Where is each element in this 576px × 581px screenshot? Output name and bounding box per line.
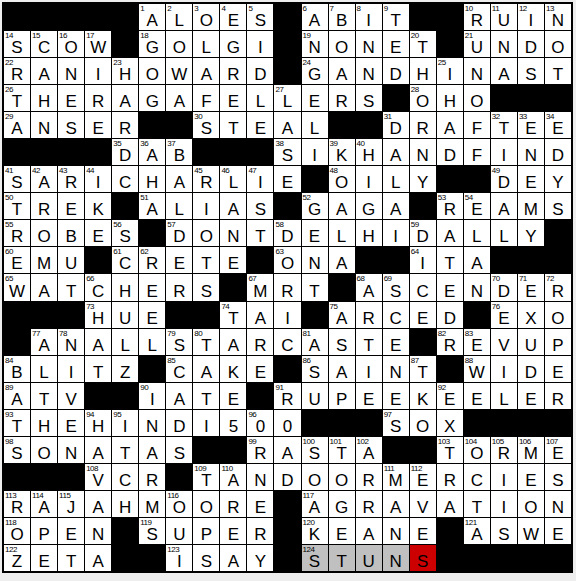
grid-cell[interactable]: F: [193, 85, 219, 111]
grid-cell[interactable]: 73H: [85, 302, 111, 328]
grid-cell[interactable]: T: [112, 437, 138, 463]
grid-cell[interactable]: 58D: [274, 220, 300, 246]
grid-cell[interactable]: 114A: [31, 491, 57, 517]
grid-cell[interactable]: E: [247, 491, 273, 517]
grid-cell[interactable]: V: [491, 329, 517, 355]
grid-cell[interactable]: A: [85, 329, 111, 355]
grid-cell[interactable]: 118O: [4, 518, 30, 544]
grid-cell[interactable]: S: [166, 437, 192, 463]
grid-cell[interactable]: 93T: [4, 410, 30, 436]
grid-cell[interactable]: E: [58, 85, 84, 111]
grid-cell[interactable]: 48O: [329, 166, 355, 192]
grid-cell[interactable]: A: [464, 247, 490, 273]
grid-cell[interactable]: D: [383, 58, 409, 84]
grid-cell[interactable]: N: [383, 518, 409, 544]
grid-cell[interactable]: 70D: [491, 274, 517, 300]
grid-cell[interactable]: T: [545, 58, 571, 84]
grid-cell[interactable]: D: [437, 139, 463, 165]
grid-cell[interactable]: 37B: [166, 139, 192, 165]
grid-cell[interactable]: A: [139, 437, 165, 463]
grid-cell[interactable]: 76E: [491, 302, 517, 328]
grid-cell[interactable]: V: [410, 491, 436, 517]
grid-cell[interactable]: O: [139, 58, 165, 84]
grid-cell[interactable]: X: [437, 410, 463, 436]
grid-cell[interactable]: 25I: [437, 58, 463, 84]
grid-cell[interactable]: 33E: [518, 112, 544, 138]
grid-cell[interactable]: E: [437, 274, 463, 300]
grid-cell[interactable]: A: [274, 437, 300, 463]
grid-cell[interactable]: R: [274, 274, 300, 300]
grid-cell[interactable]: 2L: [166, 4, 192, 30]
grid-cell[interactable]: 23H: [112, 58, 138, 84]
grid-cell[interactable]: 74T: [220, 302, 246, 328]
grid-cell[interactable]: S: [356, 85, 382, 111]
grid-cell[interactable]: A: [329, 58, 355, 84]
grid-cell[interactable]: H: [112, 491, 138, 517]
grid-cell[interactable]: 88W: [464, 356, 490, 382]
grid-cell[interactable]: 26T: [4, 85, 30, 111]
grid-cell[interactable]: S: [58, 112, 84, 138]
grid-cell[interactable]: U: [166, 518, 192, 544]
grid-cell[interactable]: 98S: [4, 437, 30, 463]
grid-cell[interactable]: A: [31, 58, 57, 84]
grid-cell[interactable]: A: [166, 383, 192, 409]
grid-cell[interactable]: 21U: [464, 31, 490, 57]
grid-cell[interactable]: I: [58, 356, 84, 382]
grid-cell[interactable]: E: [220, 85, 246, 111]
grid-cell[interactable]: L: [166, 193, 192, 219]
grid-cell[interactable]: D: [274, 464, 300, 490]
grid-cell[interactable]: E: [356, 383, 382, 409]
grid-cell[interactable]: N: [220, 220, 246, 246]
grid-cell[interactable]: 124S: [302, 545, 328, 571]
grid-cell[interactable]: T: [193, 383, 219, 409]
grid-cell[interactable]: A: [329, 356, 355, 382]
grid-cell[interactable]: C: [112, 166, 138, 192]
grid-cell[interactable]: 22R: [4, 58, 30, 84]
grid-cell[interactable]: 6A: [302, 4, 328, 30]
grid-cell[interactable]: 59D: [410, 220, 436, 246]
grid-cell[interactable]: A: [220, 193, 246, 219]
grid-cell[interactable]: 106M: [518, 437, 544, 463]
grid-cell[interactable]: E: [518, 464, 544, 490]
grid-cell[interactable]: V: [58, 383, 84, 409]
grid-cell[interactable]: 84B: [4, 356, 30, 382]
grid-cell[interactable]: O: [410, 410, 436, 436]
grid-cell[interactable]: D: [437, 302, 463, 328]
grid-cell[interactable]: 87T: [410, 356, 436, 382]
grid-cell[interactable]: 28O: [410, 85, 436, 111]
grid-cell[interactable]: 60E: [4, 247, 30, 273]
grid-cell[interactable]: L: [491, 383, 517, 409]
grid-cell[interactable]: G: [356, 193, 382, 219]
grid-cell[interactable]: 81A: [302, 329, 328, 355]
grid-cell[interactable]: 43R: [58, 166, 84, 192]
grid-cell[interactable]: N: [139, 410, 165, 436]
grid-cell[interactable]: I: [491, 139, 517, 165]
grid-cell[interactable]: A: [356, 518, 382, 544]
grid-cell[interactable]: P: [31, 518, 57, 544]
grid-cell[interactable]: I: [193, 410, 219, 436]
grid-cell[interactable]: G: [220, 31, 246, 57]
grid-cell[interactable]: U: [518, 329, 544, 355]
grid-cell[interactable]: R: [31, 193, 57, 219]
grid-cell[interactable]: N: [410, 139, 436, 165]
grid-cell[interactable]: Y: [518, 220, 544, 246]
grid-cell[interactable]: U: [112, 302, 138, 328]
grid-cell[interactable]: 112E: [410, 464, 436, 490]
grid-cell[interactable]: O: [193, 220, 219, 246]
grid-cell[interactable]: T: [220, 112, 246, 138]
grid-cell[interactable]: E: [329, 518, 355, 544]
grid-cell[interactable]: A: [85, 491, 111, 517]
grid-cell[interactable]: I: [274, 302, 300, 328]
grid-cell[interactable]: W: [166, 58, 192, 84]
grid-cell[interactable]: 63O: [274, 247, 300, 273]
grid-cell[interactable]: 90I: [139, 383, 165, 409]
grid-cell[interactable]: T: [247, 220, 273, 246]
grid-cell[interactable]: 105R: [491, 437, 517, 463]
grid-cell[interactable]: R: [247, 518, 273, 544]
grid-cell[interactable]: 83E: [464, 329, 490, 355]
grid-cell[interactable]: N: [491, 31, 517, 57]
grid-cell[interactable]: M: [518, 193, 544, 219]
grid-cell[interactable]: 11U: [491, 4, 517, 30]
grid-cell[interactable]: 57D: [166, 220, 192, 246]
grid-cell[interactable]: O: [329, 464, 355, 490]
grid-cell[interactable]: R: [329, 85, 355, 111]
grid-cell[interactable]: A: [193, 58, 219, 84]
grid-cell[interactable]: 69S: [383, 274, 409, 300]
grid-cell[interactable]: A: [329, 193, 355, 219]
grid-cell[interactable]: A: [112, 85, 138, 111]
grid-cell[interactable]: K: [410, 383, 436, 409]
grid-cell[interactable]: 54E: [464, 193, 490, 219]
grid-cell[interactable]: A: [193, 356, 219, 382]
grid-cell[interactable]: R: [85, 85, 111, 111]
grid-cell[interactable]: R: [247, 329, 273, 355]
grid-cell[interactable]: A: [274, 112, 300, 138]
grid-cell[interactable]: 45R: [193, 166, 219, 192]
grid-cell[interactable]: 50T: [4, 193, 30, 219]
grid-cell[interactable]: E: [85, 220, 111, 246]
grid-cell[interactable]: L: [464, 220, 490, 246]
grid-cell[interactable]: 5: [220, 410, 246, 436]
grid-cell[interactable]: O: [545, 31, 571, 57]
grid-cell[interactable]: S: [518, 58, 544, 84]
grid-cell[interactable]: S: [247, 193, 273, 219]
grid-cell[interactable]: O: [302, 464, 328, 490]
grid-cell[interactable]: 16O: [58, 31, 84, 57]
grid-cell[interactable]: O: [193, 491, 219, 517]
grid-cell[interactable]: A: [383, 491, 409, 517]
grid-cell[interactable]: 3O: [193, 4, 219, 30]
grid-cell[interactable]: 51A: [139, 193, 165, 219]
grid-cell[interactable]: E: [383, 31, 409, 57]
grid-cell[interactable]: 119S: [139, 518, 165, 544]
grid-cell[interactable]: S: [193, 545, 219, 571]
grid-cell[interactable]: S: [193, 274, 219, 300]
grid-cell[interactable]: F: [464, 112, 490, 138]
grid-cell[interactable]: 120K: [302, 518, 328, 544]
grid-cell[interactable]: T: [437, 247, 463, 273]
grid-cell[interactable]: E: [410, 302, 436, 328]
grid-cell[interactable]: 111M: [383, 464, 409, 490]
grid-cell[interactable]: 110A: [220, 464, 246, 490]
grid-cell[interactable]: O: [31, 220, 57, 246]
grid-cell[interactable]: D: [518, 31, 544, 57]
grid-cell[interactable]: 46L: [220, 166, 246, 192]
grid-cell[interactable]: 123I: [166, 545, 192, 571]
grid-cell[interactable]: L: [329, 220, 355, 246]
grid-cell[interactable]: U: [356, 545, 382, 571]
grid-cell[interactable]: I: [491, 464, 517, 490]
grid-cell[interactable]: O: [464, 85, 490, 111]
grid-cell[interactable]: S: [491, 518, 517, 544]
grid-cell[interactable]: 102A: [356, 437, 382, 463]
grid-cell[interactable]: E: [247, 112, 273, 138]
grid-cell[interactable]: 960: [247, 410, 273, 436]
grid-cell[interactable]: 75A: [329, 302, 355, 328]
grid-cell[interactable]: A: [491, 193, 517, 219]
grid-cell[interactable]: E: [220, 383, 246, 409]
grid-cell[interactable]: Y: [247, 545, 273, 571]
grid-cell[interactable]: 1A: [139, 4, 165, 30]
grid-cell[interactable]: Y: [545, 166, 571, 192]
grid-cell[interactable]: N: [383, 356, 409, 382]
grid-cell[interactable]: 71E: [518, 274, 544, 300]
grid-cell[interactable]: R: [410, 112, 436, 138]
grid-cell[interactable]: 14S: [4, 31, 30, 57]
grid-cell[interactable]: 99R: [247, 437, 273, 463]
grid-cell[interactable]: 108V: [85, 464, 111, 490]
grid-cell[interactable]: T: [58, 274, 84, 300]
grid-cell[interactable]: E: [383, 383, 409, 409]
grid-cell[interactable]: O: [329, 31, 355, 57]
grid-cell[interactable]: A: [247, 302, 273, 328]
grid-cell[interactable]: 122Z: [4, 545, 30, 571]
grid-cell[interactable]: A: [166, 166, 192, 192]
grid-cell[interactable]: D: [247, 58, 273, 84]
grid-cell[interactable]: N: [545, 491, 571, 517]
grid-cell[interactable]: A: [166, 85, 192, 111]
grid-cell[interactable]: E: [383, 329, 409, 355]
grid-cell[interactable]: 53R: [437, 193, 463, 219]
grid-cell[interactable]: I: [85, 58, 111, 84]
grid-cell[interactable]: 113R: [4, 491, 30, 517]
grid-cell[interactable]: A: [85, 437, 111, 463]
grid-cell[interactable]: 12I: [518, 4, 544, 30]
grid-cell[interactable]: 20T: [410, 31, 436, 57]
grid-cell[interactable]: E: [58, 410, 84, 436]
grid-cell[interactable]: A: [220, 545, 246, 571]
grid-cell[interactable]: N: [58, 58, 84, 84]
grid-cell[interactable]: A: [491, 58, 517, 84]
grid-cell[interactable]: 19N: [302, 31, 328, 57]
grid-cell[interactable]: 64I: [410, 247, 436, 273]
grid-cell[interactable]: O: [518, 491, 544, 517]
grid-cell[interactable]: 36A: [139, 139, 165, 165]
grid-cell[interactable]: 31D: [383, 112, 409, 138]
grid-cell[interactable]: E: [464, 383, 490, 409]
grid-cell[interactable]: 79S: [166, 329, 192, 355]
grid-cell[interactable]: N: [464, 58, 490, 84]
grid-cell[interactable]: R: [112, 112, 138, 138]
grid-cell[interactable]: E: [220, 518, 246, 544]
grid-cell[interactable]: 39K: [329, 139, 355, 165]
grid-cell[interactable]: A: [437, 112, 463, 138]
grid-cell[interactable]: A: [31, 274, 57, 300]
grid-cell[interactable]: R: [356, 491, 382, 517]
grid-cell[interactable]: E: [31, 545, 57, 571]
grid-cell[interactable]: T: [302, 274, 328, 300]
grid-cell[interactable]: T: [193, 247, 219, 273]
grid-cell[interactable]: 103T: [437, 437, 463, 463]
grid-cell[interactable]: D: [166, 410, 192, 436]
grid-cell[interactable]: E: [545, 356, 571, 382]
grid-cell[interactable]: 117A: [302, 491, 328, 517]
grid-cell[interactable]: A: [85, 545, 111, 571]
grid-cell[interactable]: A: [383, 139, 409, 165]
grid-cell[interactable]: 94H: [85, 410, 111, 436]
grid-cell[interactable]: E: [518, 383, 544, 409]
grid-cell[interactable]: E: [302, 85, 328, 111]
grid-cell[interactable]: 65W: [4, 274, 30, 300]
grid-cell[interactable]: 78N: [58, 329, 84, 355]
grid-cell[interactable]: O: [31, 437, 57, 463]
grid-cell[interactable]: L: [302, 112, 328, 138]
grid-cell[interactable]: A: [329, 247, 355, 273]
grid-cell[interactable]: 56S: [112, 220, 138, 246]
grid-cell[interactable]: 77A: [31, 329, 57, 355]
grid-cell[interactable]: 47I: [247, 166, 273, 192]
grid-cell[interactable]: E: [139, 274, 165, 300]
grid-cell[interactable]: H: [139, 166, 165, 192]
grid-cell[interactable]: H: [31, 410, 57, 436]
grid-cell[interactable]: T: [85, 356, 111, 382]
grid-cell[interactable]: 52G: [302, 193, 328, 219]
grid-cell[interactable]: R: [545, 383, 571, 409]
grid-cell[interactable]: 107E: [545, 437, 571, 463]
grid-cell[interactable]: R: [220, 491, 246, 517]
grid-cell[interactable]: U: [302, 383, 328, 409]
grid-cell[interactable]: D: [545, 139, 571, 165]
grid-cell[interactable]: H: [356, 220, 382, 246]
grid-cell[interactable]: T: [356, 329, 382, 355]
grid-cell[interactable]: 4E: [220, 4, 246, 30]
grid-cell[interactable]: 44I: [85, 166, 111, 192]
grid-cell[interactable]: 7B: [329, 4, 355, 30]
grid-cell[interactable]: M: [139, 491, 165, 517]
grid-cell[interactable]: U: [58, 247, 84, 273]
grid-cell[interactable]: R: [356, 464, 382, 490]
grid-cell[interactable]: G: [139, 85, 165, 111]
grid-cell[interactable]: R: [220, 58, 246, 84]
grid-cell[interactable]: 5S: [247, 4, 273, 30]
grid-cell[interactable]: E: [302, 220, 328, 246]
grid-cell[interactable]: L: [193, 31, 219, 57]
grid-cell[interactable]: 80T: [193, 329, 219, 355]
grid-cell[interactable]: E: [58, 193, 84, 219]
grid-cell[interactable]: 109T: [193, 464, 219, 490]
grid-cell[interactable]: 29A: [4, 112, 30, 138]
grid-cell[interactable]: 41S: [4, 166, 30, 192]
grid-cell[interactable]: I: [302, 139, 328, 165]
grid-cell[interactable]: 38S: [274, 139, 300, 165]
grid-cell[interactable]: E: [545, 518, 571, 544]
grid-cell[interactable]: A: [383, 193, 409, 219]
grid-cell[interactable]: L: [491, 220, 517, 246]
grid-cell[interactable]: 67M: [247, 274, 273, 300]
grid-cell[interactable]: C: [410, 274, 436, 300]
grid-cell[interactable]: 8I: [356, 4, 382, 30]
grid-cell[interactable]: 95I: [112, 410, 138, 436]
grid-cell[interactable]: H: [410, 58, 436, 84]
grid-cell[interactable]: 35D: [112, 139, 138, 165]
grid-cell[interactable]: N: [356, 31, 382, 57]
grid-cell[interactable]: 55R: [4, 220, 30, 246]
grid-cell[interactable]: H: [437, 85, 463, 111]
grid-cell[interactable]: R: [166, 274, 192, 300]
grid-cell[interactable]: N: [383, 545, 409, 571]
grid-cell[interactable]: N: [518, 139, 544, 165]
grid-cell[interactable]: 10R: [464, 4, 490, 30]
grid-cell[interactable]: C: [274, 329, 300, 355]
grid-cell[interactable]: P: [193, 518, 219, 544]
grid-cell[interactable]: 13N: [545, 4, 571, 30]
grid-cell[interactable]: 91R: [274, 383, 300, 409]
grid-cell[interactable]: L: [383, 166, 409, 192]
grid-cell[interactable]: 34E: [545, 112, 571, 138]
grid-cell[interactable]: E: [166, 247, 192, 273]
grid-cell[interactable]: I: [383, 220, 409, 246]
grid-cell[interactable]: F: [464, 139, 490, 165]
grid-cell[interactable]: 86S: [302, 356, 328, 382]
grid-cell[interactable]: E: [220, 247, 246, 273]
grid-cell[interactable]: 85C: [166, 356, 192, 382]
grid-cell[interactable]: O: [166, 31, 192, 57]
grid-cell[interactable]: S: [329, 329, 355, 355]
grid-cell[interactable]: 9T: [383, 4, 409, 30]
grid-cell[interactable]: K: [220, 356, 246, 382]
grid-cell[interactable]: L: [112, 329, 138, 355]
grid-cell[interactable]: G: [329, 491, 355, 517]
grid-cell[interactable]: 0: [274, 410, 300, 436]
grid-cell[interactable]: 116O: [166, 491, 192, 517]
grid-cell[interactable]: S: [545, 193, 571, 219]
grid-cell[interactable]: R: [356, 302, 382, 328]
grid-cell[interactable]: 30S: [193, 112, 219, 138]
grid-cell[interactable]: 42A: [31, 166, 57, 192]
grid-cell[interactable]: 27L: [274, 85, 300, 111]
grid-cell[interactable]: A: [220, 329, 246, 355]
grid-cell[interactable]: E: [410, 518, 436, 544]
grid-cell[interactable]: N: [85, 518, 111, 544]
grid-cell[interactable]: N: [58, 437, 84, 463]
grid-cell[interactable]: T: [329, 545, 355, 571]
grid-cell[interactable]: 24G: [302, 58, 328, 84]
grid-cell[interactable]: A: [437, 220, 463, 246]
grid-cell[interactable]: 18G: [139, 31, 165, 57]
grid-cell[interactable]: E: [85, 112, 111, 138]
grid-cell[interactable]: K: [85, 193, 111, 219]
grid-cell[interactable]: N: [31, 112, 57, 138]
grid-cell[interactable]: 89A: [4, 383, 30, 409]
grid-cell[interactable]: X: [518, 302, 544, 328]
grid-cell[interactable]: 72R: [545, 274, 571, 300]
grid-cell[interactable]: E: [518, 166, 544, 192]
grid-cell[interactable]: 61C: [112, 247, 138, 273]
